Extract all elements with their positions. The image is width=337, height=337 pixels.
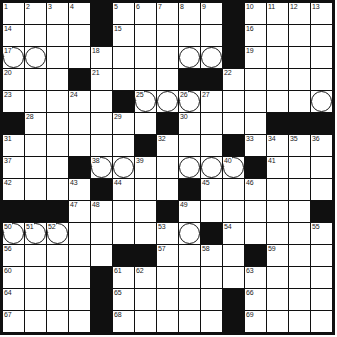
clue-number: 14 xyxy=(4,25,12,34)
cell-r8c6[interactable] xyxy=(113,157,134,178)
cell-r9c1[interactable]: 42 xyxy=(3,179,24,200)
crossword-board: 1234567891011121314151617181920212223242… xyxy=(0,0,335,335)
cell-r3c12[interactable]: 19 xyxy=(245,47,266,68)
cell-r13c15[interactable] xyxy=(311,267,332,288)
clue-number: 37 xyxy=(4,157,12,166)
cell-r5c14[interactable] xyxy=(289,91,310,112)
clue-number: 44 xyxy=(114,179,122,188)
cell-r3c1[interactable]: 17 xyxy=(3,47,24,68)
cell-r2c6[interactable]: 15 xyxy=(113,25,134,46)
clue-number: 45 xyxy=(202,179,210,188)
cell-r3c7[interactable] xyxy=(135,47,156,68)
clue-number: 57 xyxy=(158,245,166,254)
cell-r3c14[interactable] xyxy=(289,47,310,68)
cell-r15c14[interactable] xyxy=(289,311,310,332)
cell-r14c10[interactable] xyxy=(201,289,222,310)
cell-r15c4[interactable] xyxy=(69,311,90,332)
cell-r2c9[interactable] xyxy=(179,25,200,46)
cell-r1c4[interactable]: 4 xyxy=(69,3,90,24)
cell-r2c4[interactable] xyxy=(69,25,90,46)
cell-r2c12[interactable]: 16 xyxy=(245,25,266,46)
cell-r7c15[interactable]: 36 xyxy=(311,135,332,156)
cell-r7c14[interactable]: 35 xyxy=(289,135,310,156)
block-r4c4 xyxy=(69,69,90,90)
cell-r3c5[interactable]: 18 xyxy=(91,47,112,68)
cell-r7c2[interactable] xyxy=(25,135,46,156)
cell-r4c6[interactable] xyxy=(113,69,134,90)
circle-marker xyxy=(179,47,200,68)
clue-number: 7 xyxy=(158,3,162,12)
cell-r8c14[interactable] xyxy=(289,157,310,178)
clue-number: 36 xyxy=(312,135,320,144)
cell-r5c1[interactable]: 23 xyxy=(3,91,24,112)
cell-r8c5[interactable]: 38 xyxy=(91,157,112,178)
clue-number: 4 xyxy=(70,3,74,12)
clue-number: 69 xyxy=(246,311,254,320)
cell-r10c7[interactable] xyxy=(135,201,156,222)
block-r6c1 xyxy=(3,113,24,134)
cell-r4c11[interactable]: 22 xyxy=(223,69,244,90)
cell-r1c9[interactable]: 8 xyxy=(179,3,200,24)
cell-r13c10[interactable] xyxy=(201,267,222,288)
cell-r6c2[interactable]: 28 xyxy=(25,113,46,134)
cell-r10c14[interactable] xyxy=(289,201,310,222)
cell-r9c8[interactable] xyxy=(157,179,178,200)
block-r3c11 xyxy=(223,47,244,68)
cell-r12c8[interactable]: 57 xyxy=(157,245,178,266)
cell-r7c12[interactable]: 33 xyxy=(245,135,266,156)
cell-r5c5[interactable] xyxy=(91,91,112,112)
cell-r2c10[interactable] xyxy=(201,25,222,46)
cell-r8c11[interactable]: 40 xyxy=(223,157,244,178)
cell-r10c9[interactable]: 49 xyxy=(179,201,200,222)
circle-marker xyxy=(25,47,46,68)
cell-r5c7[interactable]: 25 xyxy=(135,91,156,112)
cell-r9c13[interactable] xyxy=(267,179,288,200)
cell-r13c9[interactable] xyxy=(179,267,200,288)
clue-number: 59 xyxy=(268,245,276,254)
cell-r8c15[interactable] xyxy=(311,157,332,178)
clue-number: 6 xyxy=(136,3,140,12)
cell-r2c8[interactable] xyxy=(157,25,178,46)
block-r10c15 xyxy=(311,201,332,222)
cell-r5c9[interactable]: 26 xyxy=(179,91,200,112)
cell-r8c8[interactable] xyxy=(157,157,178,178)
cell-r5c3[interactable] xyxy=(47,91,68,112)
clue-number: 63 xyxy=(246,267,254,276)
cell-r14c7[interactable] xyxy=(135,289,156,310)
cell-r4c14[interactable] xyxy=(289,69,310,90)
block-r7c7 xyxy=(135,135,156,156)
clue-number: 29 xyxy=(114,113,122,122)
block-r15c11 xyxy=(223,311,244,332)
block-r6c14 xyxy=(289,113,310,134)
cell-r7c4[interactable] xyxy=(69,135,90,156)
cell-r13c14[interactable] xyxy=(289,267,310,288)
cell-r11c15[interactable]: 55 xyxy=(311,223,332,244)
cell-r10c4[interactable]: 47 xyxy=(69,201,90,222)
clue-number: 30 xyxy=(180,113,188,122)
cell-r4c7[interactable] xyxy=(135,69,156,90)
cell-r9c12[interactable]: 46 xyxy=(245,179,266,200)
cell-r3c2[interactable] xyxy=(25,47,46,68)
cell-r8c13[interactable]: 41 xyxy=(267,157,288,178)
cell-r3c3[interactable] xyxy=(47,47,68,68)
cell-r7c1[interactable]: 31 xyxy=(3,135,24,156)
cell-r11c6[interactable] xyxy=(113,223,134,244)
cell-r15c15[interactable] xyxy=(311,311,332,332)
clue-number: 3 xyxy=(48,3,52,12)
cell-r10c5[interactable]: 48 xyxy=(91,201,112,222)
cell-r8c2[interactable] xyxy=(25,157,46,178)
cell-r4c5[interactable]: 21 xyxy=(91,69,112,90)
cell-r13c7[interactable]: 62 xyxy=(135,267,156,288)
cell-r14c8[interactable] xyxy=(157,289,178,310)
cell-r9c14[interactable] xyxy=(289,179,310,200)
clue-number: 62 xyxy=(136,267,144,276)
block-r2c11 xyxy=(223,25,244,46)
clue-number: 32 xyxy=(158,135,166,144)
cell-r11c13[interactable] xyxy=(267,223,288,244)
cell-r14c2[interactable] xyxy=(25,289,46,310)
clue-number: 31 xyxy=(4,135,12,144)
cell-r1c6[interactable]: 5 xyxy=(113,3,134,24)
cell-r5c10[interactable]: 27 xyxy=(201,91,222,112)
block-r6c8 xyxy=(157,113,178,134)
cell-r13c4[interactable] xyxy=(69,267,90,288)
circle-marker xyxy=(157,91,178,112)
clue-number: 48 xyxy=(92,201,100,210)
cell-r7c8[interactable]: 32 xyxy=(157,135,178,156)
clue-number: 11 xyxy=(268,3,275,12)
clue-number: 21 xyxy=(92,69,100,78)
clue-number: 24 xyxy=(70,91,78,100)
block-r1c11 xyxy=(223,3,244,24)
circle-marker xyxy=(113,157,134,178)
cell-r12c15[interactable] xyxy=(311,245,332,266)
cell-r11c1[interactable]: 50 xyxy=(3,223,24,244)
cell-r10c11[interactable] xyxy=(223,201,244,222)
cell-r15c1[interactable]: 67 xyxy=(3,311,24,332)
cell-r8c10[interactable] xyxy=(201,157,222,178)
block-r6c15 xyxy=(311,113,332,134)
clue-number: 13 xyxy=(312,3,320,12)
cell-r9c11[interactable] xyxy=(223,179,244,200)
clue-number: 28 xyxy=(26,113,34,122)
cell-r2c3[interactable] xyxy=(47,25,68,46)
clue-number: 23 xyxy=(4,91,12,100)
cell-r14c14[interactable] xyxy=(289,289,310,310)
cell-r5c4[interactable]: 24 xyxy=(69,91,90,112)
clue-number: 26 xyxy=(180,91,188,100)
cell-r15c7[interactable] xyxy=(135,311,156,332)
cell-r11c12[interactable] xyxy=(245,223,266,244)
block-r9c9 xyxy=(179,179,200,200)
clue-number: 22 xyxy=(224,69,232,78)
cell-r3c9[interactable] xyxy=(179,47,200,68)
cell-r5c13[interactable] xyxy=(267,91,288,112)
clue-number: 19 xyxy=(246,47,254,56)
cell-r13c13[interactable] xyxy=(267,267,288,288)
clue-number: 51 xyxy=(26,223,34,232)
clue-number: 65 xyxy=(114,289,122,298)
cell-r6c9[interactable]: 30 xyxy=(179,113,200,134)
cell-r12c5[interactable] xyxy=(91,245,112,266)
cell-r1c15[interactable]: 13 xyxy=(311,3,332,24)
cell-r1c2[interactable]: 2 xyxy=(25,3,46,24)
block-r8c12 xyxy=(245,157,266,178)
cell-r14c1[interactable]: 64 xyxy=(3,289,24,310)
cell-r14c9[interactable] xyxy=(179,289,200,310)
cell-r12c2[interactable] xyxy=(25,245,46,266)
block-r14c11 xyxy=(223,289,244,310)
cell-r15c6[interactable]: 68 xyxy=(113,311,134,332)
clue-number: 53 xyxy=(158,223,166,232)
block-r10c2 xyxy=(25,201,46,222)
cell-r14c3[interactable] xyxy=(47,289,68,310)
cell-r13c8[interactable] xyxy=(157,267,178,288)
cell-r7c10[interactable] xyxy=(201,135,222,156)
cell-r1c13[interactable]: 11 xyxy=(267,3,288,24)
cell-r1c3[interactable]: 3 xyxy=(47,3,68,24)
block-r5c6 xyxy=(113,91,134,112)
cell-r2c15[interactable] xyxy=(311,25,332,46)
clue-number: 47 xyxy=(70,201,78,210)
cell-r2c13[interactable] xyxy=(267,25,288,46)
block-r12c7 xyxy=(135,245,156,266)
clue-number: 46 xyxy=(246,179,254,188)
cell-r8c7[interactable]: 39 xyxy=(135,157,156,178)
block-r10c8 xyxy=(157,201,178,222)
clue-number: 25 xyxy=(136,91,144,100)
cell-r4c3[interactable] xyxy=(47,69,68,90)
cell-r6c10[interactable] xyxy=(201,113,222,134)
cell-r6c6[interactable]: 29 xyxy=(113,113,134,134)
cell-r6c12[interactable] xyxy=(245,113,266,134)
cell-r12c1[interactable]: 56 xyxy=(3,245,24,266)
cell-r11c8[interactable]: 53 xyxy=(157,223,178,244)
cell-r11c4[interactable] xyxy=(69,223,90,244)
cell-r13c11[interactable] xyxy=(223,267,244,288)
cell-r6c7[interactable] xyxy=(135,113,156,134)
cell-r13c12[interactable]: 63 xyxy=(245,267,266,288)
cell-r13c3[interactable] xyxy=(47,267,68,288)
cell-r6c4[interactable] xyxy=(69,113,90,134)
clue-number: 66 xyxy=(246,289,254,298)
cell-r7c5[interactable] xyxy=(91,135,112,156)
clue-number: 54 xyxy=(224,223,232,232)
clue-number: 49 xyxy=(180,201,188,210)
cell-r8c3[interactable] xyxy=(47,157,68,178)
clue-number: 42 xyxy=(4,179,12,188)
cell-r14c15[interactable] xyxy=(311,289,332,310)
cell-r2c14[interactable] xyxy=(289,25,310,46)
clue-number: 60 xyxy=(4,267,12,276)
cell-r5c15[interactable] xyxy=(311,91,332,112)
crossword-diagram: 1234567891011121314151617181920212223242… xyxy=(0,0,337,337)
cell-r11c3[interactable]: 52 xyxy=(47,223,68,244)
cell-r5c8[interactable] xyxy=(157,91,178,112)
cell-r9c3[interactable] xyxy=(47,179,68,200)
block-r15c5 xyxy=(91,311,112,332)
block-r6c13 xyxy=(267,113,288,134)
cell-r11c11[interactable]: 54 xyxy=(223,223,244,244)
clue-number: 33 xyxy=(246,135,254,144)
clue-number: 67 xyxy=(4,311,12,320)
cell-r8c9[interactable] xyxy=(179,157,200,178)
cell-r15c9[interactable] xyxy=(179,311,200,332)
cell-r8c1[interactable]: 37 xyxy=(3,157,24,178)
clue-number: 38 xyxy=(92,157,100,166)
cell-r15c3[interactable] xyxy=(47,311,68,332)
cell-r4c8[interactable] xyxy=(157,69,178,90)
cell-r1c1[interactable]: 1 xyxy=(3,3,24,24)
cell-r14c6[interactable]: 65 xyxy=(113,289,134,310)
cell-r10c6[interactable] xyxy=(113,201,134,222)
clue-number: 41 xyxy=(268,157,276,166)
cell-r10c13[interactable] xyxy=(267,201,288,222)
block-r8c4 xyxy=(69,157,90,178)
cell-r7c9[interactable] xyxy=(179,135,200,156)
clue-number: 18 xyxy=(92,47,100,56)
cell-r12c13[interactable]: 59 xyxy=(267,245,288,266)
cell-r3c8[interactable] xyxy=(157,47,178,68)
block-r4c9 xyxy=(179,69,200,90)
cell-r9c4[interactable]: 43 xyxy=(69,179,90,200)
cell-r2c2[interactable] xyxy=(25,25,46,46)
cell-r1c14[interactable]: 12 xyxy=(289,3,310,24)
cell-r1c7[interactable]: 6 xyxy=(135,3,156,24)
cell-r6c5[interactable] xyxy=(91,113,112,134)
cell-r13c6[interactable]: 61 xyxy=(113,267,134,288)
cell-r6c11[interactable] xyxy=(223,113,244,134)
cell-r12c4[interactable] xyxy=(69,245,90,266)
clue-number: 35 xyxy=(290,135,298,144)
clue-number: 15 xyxy=(114,25,122,34)
cell-r4c2[interactable] xyxy=(25,69,46,90)
cell-r7c13[interactable]: 34 xyxy=(267,135,288,156)
block-r13c5 xyxy=(91,267,112,288)
cell-r4c15[interactable] xyxy=(311,69,332,90)
cell-r6c3[interactable] xyxy=(47,113,68,134)
clue-number: 5 xyxy=(114,3,118,12)
cell-r12c9[interactable] xyxy=(179,245,200,266)
cell-r11c5[interactable] xyxy=(91,223,112,244)
block-r2c5 xyxy=(91,25,112,46)
cell-r1c10[interactable]: 9 xyxy=(201,3,222,24)
cell-r5c12[interactable] xyxy=(245,91,266,112)
block-r10c3 xyxy=(47,201,68,222)
block-r14c5 xyxy=(91,289,112,310)
block-r10c1 xyxy=(3,201,24,222)
cell-r9c15[interactable] xyxy=(311,179,332,200)
clue-number: 2 xyxy=(26,3,30,12)
cell-r9c10[interactable]: 45 xyxy=(201,179,222,200)
cell-r11c9[interactable] xyxy=(179,223,200,244)
clue-number: 40 xyxy=(224,157,232,166)
clue-number: 16 xyxy=(246,25,254,34)
cell-r7c3[interactable] xyxy=(47,135,68,156)
cell-r15c8[interactable] xyxy=(157,311,178,332)
clue-number: 43 xyxy=(70,179,78,188)
block-r7c11 xyxy=(223,135,244,156)
cell-r5c2[interactable] xyxy=(25,91,46,112)
cell-r3c6[interactable] xyxy=(113,47,134,68)
clue-number: 68 xyxy=(114,311,122,320)
cell-r12c10[interactable]: 58 xyxy=(201,245,222,266)
cell-r15c10[interactable] xyxy=(201,311,222,332)
cell-r4c13[interactable] xyxy=(267,69,288,90)
clue-number: 34 xyxy=(268,135,276,144)
cell-r7c6[interactable] xyxy=(113,135,134,156)
clue-number: 17 xyxy=(4,47,12,56)
cell-r15c12[interactable]: 69 xyxy=(245,311,266,332)
cell-r11c2[interactable]: 51 xyxy=(25,223,46,244)
cell-r3c10[interactable] xyxy=(201,47,222,68)
cell-r9c6[interactable]: 44 xyxy=(113,179,134,200)
cell-r3c15[interactable] xyxy=(311,47,332,68)
cell-r3c4[interactable] xyxy=(69,47,90,68)
cell-r5c11[interactable] xyxy=(223,91,244,112)
clue-number: 52 xyxy=(48,223,56,232)
cell-r15c2[interactable] xyxy=(25,311,46,332)
cell-r14c13[interactable] xyxy=(267,289,288,310)
clue-number: 12 xyxy=(290,3,298,12)
cell-r13c1[interactable]: 60 xyxy=(3,267,24,288)
cell-r10c12[interactable] xyxy=(245,201,266,222)
cell-r12c14[interactable] xyxy=(289,245,310,266)
cell-r11c14[interactable] xyxy=(289,223,310,244)
clue-number: 55 xyxy=(312,223,320,232)
clue-number: 58 xyxy=(202,245,210,254)
cell-r15c13[interactable] xyxy=(267,311,288,332)
cell-r1c8[interactable]: 7 xyxy=(157,3,178,24)
circle-marker xyxy=(179,157,200,178)
cell-r2c1[interactable]: 14 xyxy=(3,25,24,46)
block-r11c10 xyxy=(201,223,222,244)
cell-r4c1[interactable]: 20 xyxy=(3,69,24,90)
cell-r11c7[interactable] xyxy=(135,223,156,244)
clue-number: 10 xyxy=(246,3,254,12)
cell-r3c13[interactable] xyxy=(267,47,288,68)
cell-r13c2[interactable] xyxy=(25,267,46,288)
cell-r2c7[interactable] xyxy=(135,25,156,46)
cell-r9c2[interactable] xyxy=(25,179,46,200)
circle-marker xyxy=(311,91,332,112)
circle-marker xyxy=(201,47,222,68)
clue-number: 50 xyxy=(4,223,12,232)
clue-number: 56 xyxy=(4,245,12,254)
clue-number: 20 xyxy=(4,69,12,78)
cell-r14c12[interactable]: 66 xyxy=(245,289,266,310)
cell-r9c7[interactable] xyxy=(135,179,156,200)
cell-r1c12[interactable]: 10 xyxy=(245,3,266,24)
cell-r14c4[interactable] xyxy=(69,289,90,310)
clue-number: 8 xyxy=(180,3,184,12)
clue-number: 39 xyxy=(136,157,144,166)
clue-number: 61 xyxy=(114,267,122,276)
cell-r12c3[interactable] xyxy=(47,245,68,266)
block-r12c12 xyxy=(245,245,266,266)
circle-marker xyxy=(179,223,200,244)
cell-r12c11[interactable] xyxy=(223,245,244,266)
block-r12c6 xyxy=(113,245,134,266)
cell-r4c12[interactable] xyxy=(245,69,266,90)
cell-r10c10[interactable] xyxy=(201,201,222,222)
clue-number: 1 xyxy=(4,3,8,12)
clue-number: 27 xyxy=(202,91,210,100)
circle-marker xyxy=(201,157,222,178)
